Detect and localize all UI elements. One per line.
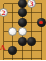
black-stone xyxy=(27,37,36,46)
black-stone xyxy=(18,18,27,27)
move-number-label: 3 xyxy=(27,1,36,7)
black-stone xyxy=(18,37,27,46)
black-stone xyxy=(18,8,27,17)
grid-line-v xyxy=(31,4,32,61)
move-number-label: 2 xyxy=(0,10,8,16)
grid-line-v xyxy=(41,4,42,61)
go-board[interactable]: 23A xyxy=(0,0,46,60)
black-stone xyxy=(8,46,17,55)
grid-line-h xyxy=(4,58,43,59)
white-stone xyxy=(18,27,27,36)
marker-dot xyxy=(39,21,43,25)
point-label-a: A xyxy=(0,44,5,51)
white-stone xyxy=(8,27,17,36)
black-stone xyxy=(18,0,27,8)
